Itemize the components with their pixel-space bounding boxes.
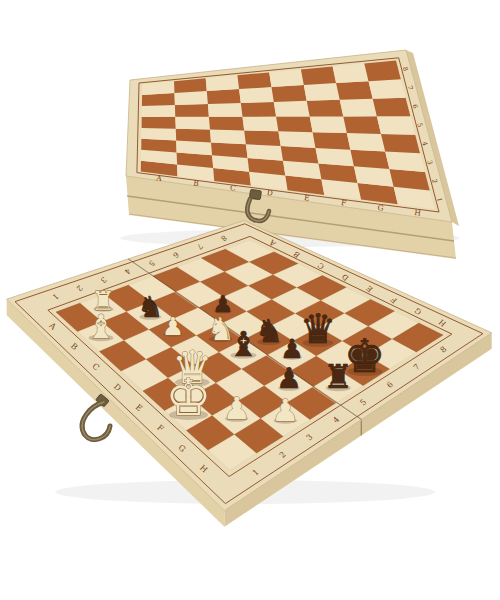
box-coord-file-G: G: [377, 203, 384, 213]
piece-black-pawn-f5: ♟: [280, 334, 304, 364]
box-lid-square: [241, 102, 276, 117]
box-lid-square: [301, 67, 336, 86]
box-coord-file-D: D: [266, 188, 273, 198]
piece-white-pawn-g2: ♟: [223, 391, 251, 426]
scene-canvas: ABCDEFGH12345678AABBCCDDEEFFGGHH11223344…: [0, 0, 500, 600]
piece-black-knight-e5: ♞: [255, 313, 283, 349]
box-lid-square: [244, 131, 281, 147]
box-lid-square: [142, 93, 175, 106]
box-lid-square: [336, 81, 373, 100]
box-lid-square: [364, 61, 401, 82]
box-lid-square: [340, 99, 377, 117]
box-lid-square: [237, 72, 271, 89]
piece-white-pawn-c3: ♟: [162, 312, 184, 341]
box-lid-square: [208, 103, 243, 117]
box-lid-square: [333, 64, 369, 84]
box-lid-square: [377, 116, 415, 135]
piece-black-knight-b3: ♞: [137, 290, 163, 324]
box-lid-square: [316, 148, 354, 166]
box-lid-square: [281, 146, 319, 164]
box-lid-square: [274, 101, 310, 117]
box-lid-square: [347, 133, 385, 151]
box-lid-square: [307, 100, 344, 117]
box-lid-square: [176, 129, 211, 143]
box-lid-square: [276, 117, 313, 133]
box-lid-square: [175, 104, 209, 117]
piece-black-rook-h5: ♜: [323, 357, 353, 396]
box-lid-square: [207, 89, 241, 104]
chess-set-product-photo: ABCDEFGH12345678AABBCCDDEEFFGGHH11223344…: [0, 0, 500, 600]
box-lid-square: [175, 117, 210, 130]
box-lid-square: [385, 152, 425, 172]
box-lid-square: [278, 131, 315, 148]
box-lid-square: [175, 91, 208, 105]
piece-black-pawn-g4: ♟: [276, 362, 302, 395]
box-lid-square: [243, 117, 279, 132]
piece-white-king-f1: ♚: [166, 367, 212, 427]
box-lid-square: [141, 128, 176, 141]
piece-black-queen-f6: ♛: [300, 305, 336, 353]
box-lid-square: [209, 117, 244, 131]
box-lid-square: [142, 105, 176, 117]
box-lid-square: [343, 116, 381, 134]
box-lid-square: [239, 87, 274, 103]
box-lid-square: [142, 117, 176, 129]
box-lid-square: [304, 83, 340, 101]
box-lid-square: [381, 134, 420, 153]
piece-black-bishop-e4: ♝: [228, 324, 259, 364]
box-lid-square: [269, 69, 304, 87]
box-lid-square: [350, 150, 389, 169]
box-lid-square: [313, 132, 351, 150]
piece-white-bishop-b1: ♝: [86, 308, 115, 346]
box-lid-square: [272, 85, 307, 102]
box-lid-square: [210, 130, 246, 145]
box-lid-square: [369, 79, 406, 99]
box-lid-square: [373, 98, 411, 117]
piece-white-pawn-h3: ♟: [272, 392, 300, 428]
box-lid-square: [310, 116, 347, 133]
